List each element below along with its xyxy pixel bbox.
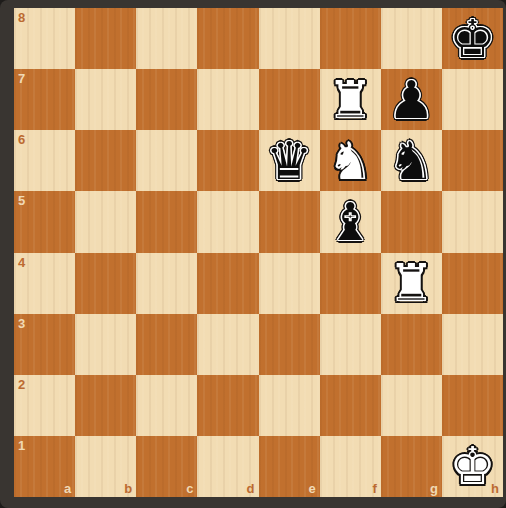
square-b7[interactable] [75, 69, 136, 130]
square-f7[interactable]: ♜ [320, 69, 381, 130]
square-e3[interactable] [259, 314, 320, 375]
piece-black-king[interactable]: ♚ [442, 8, 503, 69]
square-e7[interactable] [259, 69, 320, 130]
square-h4[interactable] [442, 253, 503, 314]
rank-label-5: 5 [18, 194, 25, 207]
square-d2[interactable] [197, 375, 258, 436]
rank-label-8: 8 [18, 11, 25, 24]
square-d4[interactable] [197, 253, 258, 314]
square-h6[interactable] [442, 130, 503, 191]
rank-label-3: 3 [18, 317, 25, 330]
square-h1[interactable]: h♚ [442, 436, 503, 497]
square-b2[interactable] [75, 375, 136, 436]
square-g1[interactable]: g [381, 436, 442, 497]
square-e4[interactable] [259, 253, 320, 314]
file-label-b: b [124, 482, 132, 495]
file-label-e: e [308, 482, 315, 495]
square-f3[interactable] [320, 314, 381, 375]
piece-black-queen[interactable]: ♛ [259, 130, 320, 191]
square-b3[interactable] [75, 314, 136, 375]
square-g6[interactable]: ♞ [381, 130, 442, 191]
square-h2[interactable] [442, 375, 503, 436]
square-e5[interactable] [259, 191, 320, 252]
square-g7[interactable]: ♟ [381, 69, 442, 130]
square-f2[interactable] [320, 375, 381, 436]
square-d5[interactable] [197, 191, 258, 252]
square-h7[interactable] [442, 69, 503, 130]
square-f1[interactable]: f [320, 436, 381, 497]
square-g3[interactable] [381, 314, 442, 375]
chess-board-frame: 8♚7♜♟6♛♞♞5♝4♜321abcdefgh♚ [0, 0, 506, 508]
square-a6[interactable]: 6 [14, 130, 75, 191]
square-a1[interactable]: 1a [14, 436, 75, 497]
square-h5[interactable] [442, 191, 503, 252]
file-label-f: f [372, 482, 376, 495]
file-label-d: d [247, 482, 255, 495]
square-g5[interactable] [381, 191, 442, 252]
square-b8[interactable] [75, 8, 136, 69]
piece-white-knight[interactable]: ♞ [320, 130, 381, 191]
square-g4[interactable]: ♜ [381, 253, 442, 314]
square-f6[interactable]: ♞ [320, 130, 381, 191]
rank-label-1: 1 [18, 439, 25, 452]
square-b1[interactable]: b [75, 436, 136, 497]
square-c2[interactable] [136, 375, 197, 436]
file-label-c: c [186, 482, 193, 495]
square-h8[interactable]: ♚ [442, 8, 503, 69]
square-f4[interactable] [320, 253, 381, 314]
rank-label-7: 7 [18, 72, 25, 85]
square-e8[interactable] [259, 8, 320, 69]
piece-black-pawn[interactable]: ♟ [381, 69, 442, 130]
piece-white-rook[interactable]: ♜ [320, 69, 381, 130]
square-c1[interactable]: c [136, 436, 197, 497]
piece-white-king[interactable]: ♚ [442, 436, 503, 497]
square-a3[interactable]: 3 [14, 314, 75, 375]
file-label-g: g [430, 482, 438, 495]
rank-label-4: 4 [18, 256, 25, 269]
square-d1[interactable]: d [197, 436, 258, 497]
square-d3[interactable] [197, 314, 258, 375]
square-c4[interactable] [136, 253, 197, 314]
square-a5[interactable]: 5 [14, 191, 75, 252]
square-c8[interactable] [136, 8, 197, 69]
square-g8[interactable] [381, 8, 442, 69]
square-e2[interactable] [259, 375, 320, 436]
square-b4[interactable] [75, 253, 136, 314]
chess-board: 8♚7♜♟6♛♞♞5♝4♜321abcdefgh♚ [14, 8, 503, 497]
square-a2[interactable]: 2 [14, 375, 75, 436]
square-a4[interactable]: 4 [14, 253, 75, 314]
square-a7[interactable]: 7 [14, 69, 75, 130]
rank-label-6: 6 [18, 133, 25, 146]
square-c5[interactable] [136, 191, 197, 252]
square-f8[interactable] [320, 8, 381, 69]
square-d6[interactable] [197, 130, 258, 191]
square-g2[interactable] [381, 375, 442, 436]
square-e6[interactable]: ♛ [259, 130, 320, 191]
file-label-a: a [64, 482, 71, 495]
square-h3[interactable] [442, 314, 503, 375]
square-a8[interactable]: 8 [14, 8, 75, 69]
square-c6[interactable] [136, 130, 197, 191]
piece-black-knight[interactable]: ♞ [381, 130, 442, 191]
piece-black-bishop[interactable]: ♝ [320, 191, 381, 252]
square-b5[interactable] [75, 191, 136, 252]
piece-white-rook[interactable]: ♜ [381, 253, 442, 314]
square-d7[interactable] [197, 69, 258, 130]
square-e1[interactable]: e [259, 436, 320, 497]
rank-label-2: 2 [18, 378, 25, 391]
square-c7[interactable] [136, 69, 197, 130]
square-f5[interactable]: ♝ [320, 191, 381, 252]
square-c3[interactable] [136, 314, 197, 375]
square-d8[interactable] [197, 8, 258, 69]
square-b6[interactable] [75, 130, 136, 191]
